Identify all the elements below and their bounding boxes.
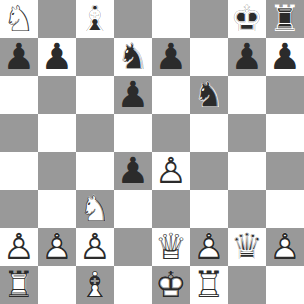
- white-pawn-piece[interactable]: ♟: [190, 228, 228, 266]
- square-d8[interactable]: [114, 0, 152, 38]
- white-pawn-outline-icon: ♙: [38, 228, 76, 266]
- chess-board: ♞♘♝♗♚♔♜♖♟♟♞♘♟♟♟♟♞♘♟♟♙♞♘♟♙♟♙♟♙♛♕♟♙♛♕♟♙♜♖♝…: [0, 0, 304, 304]
- square-h4[interactable]: [266, 152, 304, 190]
- square-d2[interactable]: [114, 228, 152, 266]
- white-pawn-piece[interactable]: ♟: [38, 228, 76, 266]
- black-king-piece[interactable]: ♚: [228, 0, 266, 38]
- white-knight-piece[interactable]: ♞: [0, 0, 38, 38]
- square-e7[interactable]: ♟: [152, 38, 190, 76]
- black-pawn-piece[interactable]: ♟: [266, 38, 304, 76]
- square-a7[interactable]: ♟: [0, 38, 38, 76]
- white-rook-outline-icon: ♖: [0, 266, 38, 304]
- square-f5[interactable]: [190, 114, 228, 152]
- white-bishop-piece[interactable]: ♝: [76, 266, 114, 304]
- black-knight-piece[interactable]: ♞: [114, 38, 152, 76]
- square-h3[interactable]: [266, 190, 304, 228]
- black-pawn-piece[interactable]: ♟: [38, 38, 76, 76]
- square-c8[interactable]: ♝♗: [76, 0, 114, 38]
- square-e3[interactable]: [152, 190, 190, 228]
- square-a6[interactable]: [0, 76, 38, 114]
- black-pawn-piece[interactable]: ♟: [114, 76, 152, 114]
- square-h7[interactable]: ♟: [266, 38, 304, 76]
- square-c6[interactable]: [76, 76, 114, 114]
- square-f1[interactable]: ♜♖: [190, 266, 228, 304]
- square-b4[interactable]: [38, 152, 76, 190]
- black-rook-piece[interactable]: ♜: [266, 0, 304, 38]
- white-queen-piece[interactable]: ♛: [152, 228, 190, 266]
- square-g4[interactable]: [228, 152, 266, 190]
- square-b6[interactable]: [38, 76, 76, 114]
- square-h1[interactable]: [266, 266, 304, 304]
- square-c5[interactable]: [76, 114, 114, 152]
- black-pawn-piece[interactable]: ♟: [152, 38, 190, 76]
- square-e8[interactable]: [152, 0, 190, 38]
- square-g2[interactable]: ♛♕: [228, 228, 266, 266]
- square-a2[interactable]: ♟♙: [0, 228, 38, 266]
- white-queen-outline-icon: ♕: [152, 228, 190, 266]
- black-knight-outline-icon: ♘: [190, 76, 228, 114]
- square-c7[interactable]: [76, 38, 114, 76]
- black-pawn-piece[interactable]: ♟: [114, 152, 152, 190]
- square-d7[interactable]: ♞♘: [114, 38, 152, 76]
- white-king-outline-icon: ♔: [152, 266, 190, 304]
- square-g8[interactable]: ♚♔: [228, 0, 266, 38]
- white-pawn-outline-icon: ♙: [190, 228, 228, 266]
- white-pawn-outline-icon: ♙: [152, 152, 190, 190]
- black-bishop-piece[interactable]: ♝: [76, 0, 114, 38]
- square-a4[interactable]: [0, 152, 38, 190]
- square-g6[interactable]: [228, 76, 266, 114]
- white-knight-piece[interactable]: ♞: [76, 190, 114, 228]
- square-f3[interactable]: [190, 190, 228, 228]
- white-rook-piece[interactable]: ♜: [0, 266, 38, 304]
- black-bishop-outline-icon: ♗: [76, 0, 114, 38]
- square-f7[interactable]: [190, 38, 228, 76]
- square-b1[interactable]: [38, 266, 76, 304]
- black-knight-outline-icon: ♘: [114, 38, 152, 76]
- square-d5[interactable]: [114, 114, 152, 152]
- square-h5[interactable]: [266, 114, 304, 152]
- black-rook-outline-icon: ♖: [266, 0, 304, 38]
- square-e4[interactable]: ♟♙: [152, 152, 190, 190]
- white-king-piece[interactable]: ♚: [152, 266, 190, 304]
- black-pawn-piece[interactable]: ♟: [0, 38, 38, 76]
- black-king-outline-icon: ♔: [228, 0, 266, 38]
- square-e6[interactable]: [152, 76, 190, 114]
- black-queen-piece[interactable]: ♛: [228, 228, 266, 266]
- square-g3[interactable]: [228, 190, 266, 228]
- black-pawn-piece[interactable]: ♟: [228, 38, 266, 76]
- square-c1[interactable]: ♝♗: [76, 266, 114, 304]
- square-c4[interactable]: [76, 152, 114, 190]
- white-pawn-outline-icon: ♙: [0, 228, 38, 266]
- white-pawn-piece[interactable]: ♟: [152, 152, 190, 190]
- square-d4[interactable]: ♟: [114, 152, 152, 190]
- square-h2[interactable]: ♟♙: [266, 228, 304, 266]
- square-b3[interactable]: [38, 190, 76, 228]
- square-b8[interactable]: [38, 0, 76, 38]
- square-a5[interactable]: [0, 114, 38, 152]
- white-pawn-piece[interactable]: ♟: [266, 228, 304, 266]
- square-e5[interactable]: [152, 114, 190, 152]
- square-f8[interactable]: [190, 0, 228, 38]
- square-d1[interactable]: [114, 266, 152, 304]
- square-f2[interactable]: ♟♙: [190, 228, 228, 266]
- square-a1[interactable]: ♜♖: [0, 266, 38, 304]
- square-g1[interactable]: [228, 266, 266, 304]
- square-b5[interactable]: [38, 114, 76, 152]
- square-d3[interactable]: [114, 190, 152, 228]
- square-b7[interactable]: ♟: [38, 38, 76, 76]
- black-queen-outline-icon: ♕: [228, 228, 266, 266]
- white-pawn-outline-icon: ♙: [76, 228, 114, 266]
- square-e1[interactable]: ♚♔: [152, 266, 190, 304]
- white-rook-outline-icon: ♖: [190, 266, 228, 304]
- square-d6[interactable]: ♟: [114, 76, 152, 114]
- black-knight-piece[interactable]: ♞: [190, 76, 228, 114]
- square-e2[interactable]: ♛♕: [152, 228, 190, 266]
- white-rook-piece[interactable]: ♜: [190, 266, 228, 304]
- white-pawn-piece[interactable]: ♟: [76, 228, 114, 266]
- square-f4[interactable]: [190, 152, 228, 190]
- square-c3[interactable]: ♞♘: [76, 190, 114, 228]
- square-g7[interactable]: ♟: [228, 38, 266, 76]
- square-h6[interactable]: [266, 76, 304, 114]
- square-a3[interactable]: [0, 190, 38, 228]
- square-g5[interactable]: [228, 114, 266, 152]
- white-knight-outline-icon: ♘: [0, 0, 38, 38]
- square-f6[interactable]: ♞♘: [190, 76, 228, 114]
- white-bishop-outline-icon: ♗: [76, 266, 114, 304]
- square-a8[interactable]: ♞♘: [0, 0, 38, 38]
- square-h8[interactable]: ♜♖: [266, 0, 304, 38]
- white-pawn-outline-icon: ♙: [266, 228, 304, 266]
- square-c2[interactable]: ♟♙: [76, 228, 114, 266]
- square-b2[interactable]: ♟♙: [38, 228, 76, 266]
- white-knight-outline-icon: ♘: [76, 190, 114, 228]
- white-pawn-piece[interactable]: ♟: [0, 228, 38, 266]
